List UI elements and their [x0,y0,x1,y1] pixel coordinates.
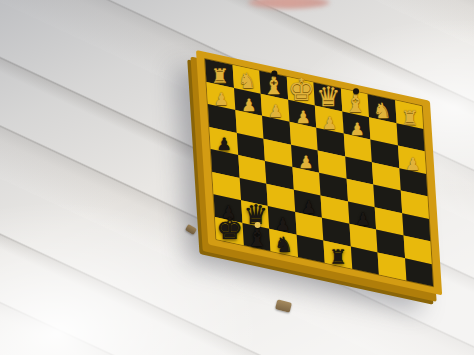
square[interactable]: ♝ [242,223,271,251]
photo-canvas: { "game": "chess", "scene_description": … [0,0,474,355]
bishop-ball-finial-icon [271,70,277,76]
bishop-ball-finial-icon [352,88,358,94]
square[interactable]: ♚ [215,217,244,245]
black-knight[interactable]: ♞ [268,235,300,256]
bishop-ball-finial-icon [254,222,260,228]
black-rook[interactable]: ♜ [322,247,354,267]
